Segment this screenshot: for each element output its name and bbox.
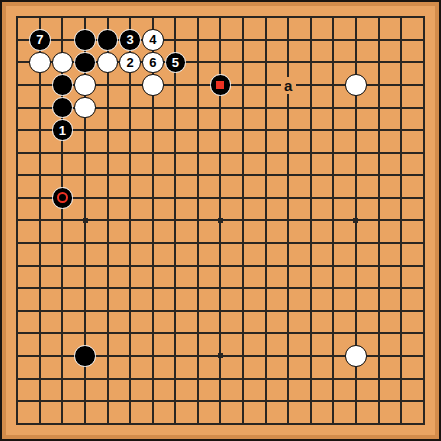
intersection	[322, 141, 345, 164]
intersection	[29, 141, 52, 164]
intersection	[187, 277, 210, 300]
intersection	[254, 51, 277, 74]
intersection	[300, 6, 323, 29]
go-board: 734265a1	[0, 0, 441, 441]
intersection	[119, 119, 142, 142]
black-stone: 3	[119, 29, 141, 51]
intersection	[74, 232, 97, 255]
intersection	[164, 412, 187, 435]
intersection	[390, 164, 413, 187]
intersection	[254, 254, 277, 277]
intersection	[96, 164, 119, 187]
intersection	[164, 141, 187, 164]
intersection	[119, 96, 142, 119]
intersection	[367, 254, 390, 277]
intersection	[322, 187, 345, 210]
move-number: 3	[127, 33, 134, 46]
intersection	[187, 6, 210, 29]
intersection	[6, 187, 29, 210]
intersection	[390, 345, 413, 368]
intersection	[277, 322, 300, 345]
black-stone	[52, 74, 74, 96]
white-stone	[97, 52, 119, 74]
intersection	[412, 345, 435, 368]
intersection	[164, 29, 187, 52]
intersection	[322, 322, 345, 345]
intersection	[322, 254, 345, 277]
intersection	[119, 164, 142, 187]
intersection	[322, 209, 345, 232]
intersection	[74, 141, 97, 164]
intersection	[412, 254, 435, 277]
intersection	[51, 322, 74, 345]
intersection	[51, 29, 74, 52]
intersection	[141, 367, 164, 390]
intersection	[277, 187, 300, 210]
intersection	[141, 74, 164, 97]
intersection	[412, 277, 435, 300]
intersection	[232, 300, 255, 323]
intersection	[141, 141, 164, 164]
intersection	[254, 29, 277, 52]
intersection	[6, 141, 29, 164]
intersection	[96, 322, 119, 345]
move-number: 1	[59, 124, 66, 137]
intersection	[390, 232, 413, 255]
intersection	[390, 412, 413, 435]
intersection	[367, 141, 390, 164]
move-number: 5	[172, 56, 179, 69]
intersection	[300, 187, 323, 210]
intersection: 3	[119, 29, 142, 52]
intersection	[209, 367, 232, 390]
intersection	[187, 412, 210, 435]
black-stone	[74, 29, 96, 51]
intersection	[345, 209, 368, 232]
intersection	[277, 209, 300, 232]
intersection	[51, 390, 74, 413]
intersection	[187, 187, 210, 210]
intersection	[96, 345, 119, 368]
white-stone	[142, 74, 164, 96]
intersection	[254, 119, 277, 142]
intersection	[74, 322, 97, 345]
intersection	[300, 141, 323, 164]
intersection	[300, 232, 323, 255]
intersection	[74, 6, 97, 29]
intersection	[74, 187, 97, 210]
black-stone: 7	[29, 29, 51, 51]
intersection	[96, 187, 119, 210]
intersection	[300, 164, 323, 187]
intersection	[412, 232, 435, 255]
intersection	[277, 6, 300, 29]
intersection	[277, 119, 300, 142]
intersection	[74, 390, 97, 413]
intersection	[254, 141, 277, 164]
intersection	[6, 232, 29, 255]
intersection	[141, 412, 164, 435]
intersection	[164, 164, 187, 187]
intersection	[51, 277, 74, 300]
intersection	[322, 6, 345, 29]
intersection	[345, 390, 368, 413]
intersection	[29, 51, 52, 74]
intersection	[322, 74, 345, 97]
intersection	[367, 6, 390, 29]
intersection	[74, 254, 97, 277]
intersection	[96, 367, 119, 390]
intersection	[119, 232, 142, 255]
intersection	[164, 300, 187, 323]
black-stone	[210, 74, 232, 96]
black-stone	[74, 52, 96, 74]
white-stone: 2	[119, 52, 141, 74]
intersection	[367, 277, 390, 300]
white-stone: 4	[142, 29, 164, 51]
intersection	[345, 232, 368, 255]
intersection	[254, 390, 277, 413]
intersection	[390, 300, 413, 323]
intersection	[187, 322, 210, 345]
intersection	[6, 322, 29, 345]
intersection	[412, 96, 435, 119]
intersection	[345, 345, 368, 368]
intersection	[390, 390, 413, 413]
intersection	[164, 74, 187, 97]
intersection	[74, 412, 97, 435]
intersection	[164, 367, 187, 390]
intersection	[164, 209, 187, 232]
intersection	[209, 412, 232, 435]
intersection	[74, 29, 97, 52]
intersection	[164, 6, 187, 29]
intersection	[29, 300, 52, 323]
intersection	[6, 164, 29, 187]
intersection	[29, 367, 52, 390]
black-stone: 1	[52, 119, 74, 141]
intersection	[164, 322, 187, 345]
intersection	[232, 367, 255, 390]
intersection	[345, 29, 368, 52]
intersection	[187, 29, 210, 52]
intersection	[277, 29, 300, 52]
intersection	[232, 29, 255, 52]
intersection	[412, 187, 435, 210]
intersection	[74, 209, 97, 232]
intersection	[412, 6, 435, 29]
intersection	[74, 367, 97, 390]
intersection	[345, 96, 368, 119]
intersection	[345, 277, 368, 300]
intersection	[322, 390, 345, 413]
intersection	[254, 300, 277, 323]
intersection	[6, 119, 29, 142]
intersection	[119, 6, 142, 29]
intersection	[119, 390, 142, 413]
intersection	[6, 51, 29, 74]
intersection	[6, 74, 29, 97]
intersection	[96, 254, 119, 277]
intersection	[74, 51, 97, 74]
intersection	[254, 209, 277, 232]
intersection	[74, 96, 97, 119]
intersection	[141, 164, 164, 187]
intersection	[6, 96, 29, 119]
intersection	[367, 322, 390, 345]
intersection	[345, 367, 368, 390]
move-number: 2	[127, 56, 134, 69]
intersection	[209, 119, 232, 142]
intersection	[412, 300, 435, 323]
intersection	[187, 209, 210, 232]
black-stone: 5	[165, 52, 187, 74]
intersection	[232, 390, 255, 413]
intersection	[232, 51, 255, 74]
intersection	[232, 209, 255, 232]
move-number: 6	[149, 56, 156, 69]
intersection	[300, 74, 323, 97]
intersection	[6, 29, 29, 52]
intersection	[367, 29, 390, 52]
intersection	[390, 322, 413, 345]
white-stone	[52, 52, 74, 74]
point-label-a: a	[281, 77, 296, 94]
intersection	[322, 164, 345, 187]
intersection	[209, 164, 232, 187]
intersection	[209, 96, 232, 119]
intersection	[254, 187, 277, 210]
circle-mark	[57, 192, 68, 203]
intersection	[51, 232, 74, 255]
intersection	[345, 187, 368, 210]
intersection	[209, 300, 232, 323]
intersection	[232, 277, 255, 300]
intersection	[412, 74, 435, 97]
intersection	[322, 232, 345, 255]
intersection	[277, 51, 300, 74]
intersection	[164, 96, 187, 119]
intersection	[164, 254, 187, 277]
black-stone	[74, 345, 96, 367]
intersection	[141, 300, 164, 323]
intersection	[232, 412, 255, 435]
intersection: 5	[164, 51, 187, 74]
intersection	[209, 6, 232, 29]
intersection	[277, 367, 300, 390]
intersection	[74, 277, 97, 300]
intersection: 4	[141, 29, 164, 52]
intersection	[390, 119, 413, 142]
intersection: 7	[29, 29, 52, 52]
intersection	[390, 367, 413, 390]
intersection	[390, 74, 413, 97]
intersection	[51, 187, 74, 210]
intersection	[300, 254, 323, 277]
intersection	[96, 209, 119, 232]
intersection	[300, 322, 323, 345]
intersection	[390, 29, 413, 52]
intersection	[254, 277, 277, 300]
intersection	[74, 164, 97, 187]
intersection	[232, 322, 255, 345]
intersection	[232, 187, 255, 210]
intersection	[367, 390, 390, 413]
intersection	[232, 96, 255, 119]
intersection	[141, 254, 164, 277]
intersection	[367, 164, 390, 187]
square-mark	[216, 81, 224, 89]
intersection	[209, 277, 232, 300]
intersection	[254, 322, 277, 345]
intersection	[322, 300, 345, 323]
intersection	[367, 51, 390, 74]
intersection	[51, 74, 74, 97]
intersection	[141, 232, 164, 255]
intersection	[277, 232, 300, 255]
intersection	[232, 164, 255, 187]
intersection	[51, 6, 74, 29]
intersection	[6, 300, 29, 323]
intersection	[29, 96, 52, 119]
intersection	[29, 119, 52, 142]
intersection	[412, 51, 435, 74]
intersection	[96, 277, 119, 300]
intersection	[187, 119, 210, 142]
intersection	[209, 141, 232, 164]
intersection	[96, 96, 119, 119]
intersection	[74, 300, 97, 323]
intersection	[300, 119, 323, 142]
intersection	[96, 74, 119, 97]
intersection	[322, 367, 345, 390]
intersection	[412, 367, 435, 390]
intersection	[119, 254, 142, 277]
white-stone	[74, 74, 96, 96]
intersection	[119, 187, 142, 210]
intersection	[277, 254, 300, 277]
intersection	[209, 74, 232, 97]
intersection	[345, 141, 368, 164]
intersection	[29, 254, 52, 277]
intersection	[119, 209, 142, 232]
intersection	[51, 345, 74, 368]
intersection	[74, 74, 97, 97]
intersection	[187, 345, 210, 368]
intersection	[164, 232, 187, 255]
star-point	[83, 218, 88, 223]
intersection	[367, 119, 390, 142]
intersection	[390, 6, 413, 29]
intersection	[300, 51, 323, 74]
intersection	[277, 164, 300, 187]
white-stone	[345, 74, 367, 96]
intersection	[209, 322, 232, 345]
intersection	[412, 209, 435, 232]
intersection	[232, 254, 255, 277]
intersection	[6, 412, 29, 435]
intersection	[277, 412, 300, 435]
intersection	[51, 51, 74, 74]
intersection	[300, 209, 323, 232]
intersection	[300, 300, 323, 323]
intersection	[232, 232, 255, 255]
intersection	[367, 209, 390, 232]
intersection	[300, 29, 323, 52]
intersection	[6, 6, 29, 29]
intersection	[412, 119, 435, 142]
intersection	[345, 254, 368, 277]
intersection	[390, 277, 413, 300]
intersection	[164, 119, 187, 142]
intersection	[345, 74, 368, 97]
intersection	[322, 345, 345, 368]
intersection	[390, 51, 413, 74]
intersection	[187, 164, 210, 187]
intersection	[29, 277, 52, 300]
intersection	[119, 412, 142, 435]
intersection	[51, 164, 74, 187]
black-stone	[52, 187, 74, 209]
intersection	[187, 254, 210, 277]
intersection	[187, 300, 210, 323]
intersection	[51, 96, 74, 119]
intersection	[277, 96, 300, 119]
intersection	[254, 345, 277, 368]
intersection	[164, 345, 187, 368]
intersection	[74, 345, 97, 368]
intersection	[29, 74, 52, 97]
intersection	[29, 164, 52, 187]
intersection	[209, 232, 232, 255]
intersection	[390, 209, 413, 232]
white-stone: 6	[142, 52, 164, 74]
intersection	[367, 367, 390, 390]
intersection	[322, 119, 345, 142]
star-point	[218, 218, 223, 223]
intersection	[51, 367, 74, 390]
intersection	[412, 141, 435, 164]
intersection	[209, 209, 232, 232]
intersection	[141, 322, 164, 345]
intersection	[51, 141, 74, 164]
intersection	[322, 96, 345, 119]
intersection	[6, 254, 29, 277]
intersection	[141, 119, 164, 142]
intersection	[29, 412, 52, 435]
intersection	[390, 254, 413, 277]
intersection	[367, 300, 390, 323]
intersection	[141, 187, 164, 210]
intersection	[141, 96, 164, 119]
intersection	[141, 277, 164, 300]
intersection	[6, 277, 29, 300]
intersection	[277, 345, 300, 368]
intersection	[367, 412, 390, 435]
intersection	[164, 187, 187, 210]
intersection	[141, 345, 164, 368]
intersection	[29, 390, 52, 413]
intersection	[390, 96, 413, 119]
star-point	[353, 218, 358, 223]
intersection	[119, 367, 142, 390]
intersection	[322, 29, 345, 52]
intersection	[141, 209, 164, 232]
intersection	[367, 345, 390, 368]
intersection	[209, 345, 232, 368]
intersection	[412, 412, 435, 435]
intersection	[232, 345, 255, 368]
